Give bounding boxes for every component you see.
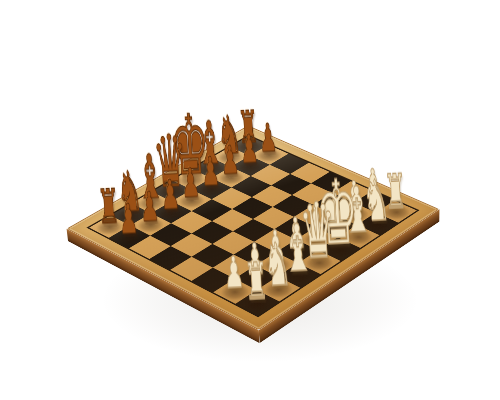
chess-set-photo: ♜♟♞♟♝♟♚♟♛♟♝♟♟♞♜♟♟♜♞♟♟♝♟♚♟♛♟♝♟♞♟♜ <box>0 0 500 400</box>
white-rook-a1[interactable]: ♜ <box>224 181 284 304</box>
black-pawn-a7[interactable]: ♟ <box>98 123 154 239</box>
